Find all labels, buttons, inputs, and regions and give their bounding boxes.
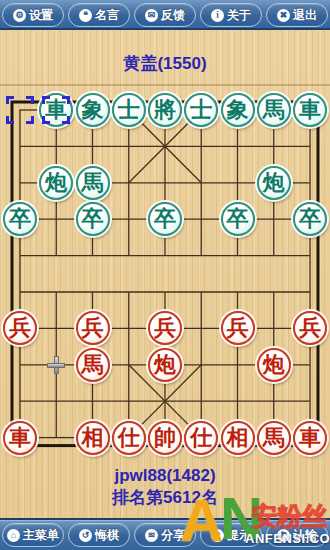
cursor-crosshair — [47, 356, 65, 374]
player-rank-label: 排名第5612名 — [0, 486, 330, 509]
bottom-toolbar: ⌂主菜单↺悔棋≋分享?提示⚑认输 — [0, 518, 330, 550]
piece-red-cannon[interactable]: 炮 — [257, 348, 291, 382]
hint-label: 提示 — [227, 527, 251, 544]
piece-black-chariot[interactable]: 車 — [293, 93, 327, 127]
envelope-icon: ✉ — [145, 9, 158, 22]
piece-red-soldier[interactable]: 兵 — [76, 311, 110, 345]
settings-label: 设置 — [29, 7, 53, 24]
piece-black-general[interactable]: 將 — [148, 93, 182, 127]
feedback-label: 反馈 — [161, 7, 185, 24]
piece-red-soldier[interactable]: 兵 — [221, 311, 255, 345]
piece-red-chariot[interactable]: 車 — [3, 421, 37, 455]
last-move-marker — [42, 96, 70, 124]
piece-red-cannon[interactable]: 炮 — [148, 348, 182, 382]
close-icon: ✖ — [277, 9, 290, 22]
piece-black-soldier[interactable]: 卒 — [148, 202, 182, 236]
feedback-button[interactable]: ✉反馈 — [134, 3, 196, 27]
piece-black-advisor[interactable]: 士 — [184, 93, 218, 127]
piece-red-elephant[interactable]: 相 — [76, 421, 110, 455]
piece-black-horse[interactable]: 馬 — [257, 93, 291, 127]
undo-move-label: 悔棋 — [95, 527, 119, 544]
piece-black-soldier[interactable]: 卒 — [293, 202, 327, 236]
player-name-label: jpwl88(1482) — [0, 466, 330, 486]
opponent-name-label: 黄盖(1550) — [0, 52, 330, 75]
hint-button[interactable]: ?提示 — [200, 523, 262, 547]
piece-black-elephant[interactable]: 象 — [76, 93, 110, 127]
resign-button[interactable]: ⚑认输 — [266, 523, 328, 547]
piece-red-general[interactable]: 帥 — [148, 421, 182, 455]
gear-icon: ⚙ — [13, 9, 26, 22]
wood-seam-divider — [0, 84, 330, 86]
xiangqi-board[interactable]: 車象士將士象馬車炮馬炮卒卒卒卒卒兵兵兵兵兵馬炮炮車相仕帥仕相馬車 — [0, 90, 330, 460]
piece-red-horse[interactable]: 馬 — [257, 421, 291, 455]
home-icon: ⌂ — [7, 529, 20, 542]
undo-icon: ↺ — [79, 529, 92, 542]
piece-black-horse[interactable]: 馬 — [76, 166, 110, 200]
last-move-marker — [6, 96, 34, 124]
quotes-button[interactable]: ❝名言 — [68, 3, 130, 27]
about-label: 关于 — [227, 7, 251, 24]
piece-black-soldier[interactable]: 卒 — [76, 202, 110, 236]
broadcast-icon: ≋ — [145, 529, 158, 542]
speech-bubble-icon: ❝ — [79, 9, 92, 22]
flag-icon: ⚑ — [277, 529, 290, 542]
piece-black-soldier[interactable]: 卒 — [3, 202, 37, 236]
settings-button[interactable]: ⚙设置 — [2, 3, 64, 27]
piece-red-advisor[interactable]: 仕 — [184, 421, 218, 455]
piece-black-elephant[interactable]: 象 — [221, 93, 255, 127]
resign-label: 认输 — [293, 527, 317, 544]
exit-button[interactable]: ✖退出 — [266, 3, 328, 27]
exit-label: 退出 — [293, 7, 317, 24]
piece-black-advisor[interactable]: 士 — [112, 93, 146, 127]
info-icon: i — [211, 9, 224, 22]
undo-move-button[interactable]: ↺悔棋 — [68, 523, 130, 547]
piece-black-soldier[interactable]: 卒 — [221, 202, 255, 236]
share-button[interactable]: ≋分享 — [134, 523, 196, 547]
quotes-label: 名言 — [95, 7, 119, 24]
piece-black-cannon[interactable]: 炮 — [39, 166, 73, 200]
main-menu-label: 主菜单 — [23, 527, 59, 544]
app-screen: ⚙设置❝名言✉反馈i关于✖退出 黄盖(1550) 車象士將士象馬車炮馬炮卒卒卒卒… — [0, 0, 330, 550]
piece-red-elephant[interactable]: 相 — [221, 421, 255, 455]
about-button[interactable]: i关于 — [200, 3, 262, 27]
piece-red-chariot[interactable]: 車 — [293, 421, 327, 455]
piece-red-horse[interactable]: 馬 — [76, 348, 110, 382]
hint-icon: ? — [211, 529, 224, 542]
main-menu-button[interactable]: ⌂主菜单 — [2, 523, 64, 547]
top-toolbar: ⚙设置❝名言✉反馈i关于✖退出 — [0, 0, 330, 30]
share-label: 分享 — [161, 527, 185, 544]
board-grid — [0, 90, 330, 460]
piece-black-cannon[interactable]: 炮 — [257, 166, 291, 200]
piece-red-advisor[interactable]: 仕 — [112, 421, 146, 455]
